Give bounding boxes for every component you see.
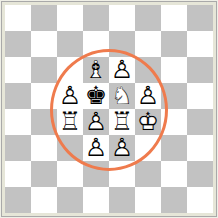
piece-glyph: ♗ — [83, 57, 109, 83]
square-f4[interactable]: ♚♔ — [135, 109, 161, 135]
square-a8[interactable] — [5, 5, 31, 31]
square-h6[interactable] — [187, 57, 213, 83]
square-e8[interactable] — [109, 5, 135, 31]
square-d8[interactable] — [83, 5, 109, 31]
square-e3[interactable]: ♟♙ — [109, 135, 135, 161]
white-rook: ♜♖ — [57, 109, 83, 135]
white-pawn: ♟♙ — [109, 57, 135, 83]
square-d5[interactable]: ♚ — [83, 83, 109, 109]
square-b1[interactable] — [31, 187, 57, 213]
white-pawn: ♟♙ — [135, 83, 161, 109]
square-e1[interactable] — [109, 187, 135, 213]
piece-glyph: ♖ — [57, 109, 83, 135]
square-d3[interactable]: ♟♙ — [83, 135, 109, 161]
piece-glyph: ♙ — [83, 109, 109, 135]
square-f7[interactable] — [135, 31, 161, 57]
square-a1[interactable] — [5, 187, 31, 213]
square-d4[interactable]: ♟♙ — [83, 109, 109, 135]
white-pawn: ♟♙ — [109, 135, 135, 161]
square-f1[interactable] — [135, 187, 161, 213]
piece-glyph: ♙ — [109, 135, 135, 161]
piece-glyph: ♙ — [57, 83, 83, 109]
square-h4[interactable] — [187, 109, 213, 135]
square-c4[interactable]: ♜♖ — [57, 109, 83, 135]
square-g2[interactable] — [161, 161, 187, 187]
square-h8[interactable] — [187, 5, 213, 31]
square-h2[interactable] — [187, 161, 213, 187]
square-a7[interactable] — [5, 31, 31, 57]
square-a2[interactable] — [5, 161, 31, 187]
square-b7[interactable] — [31, 31, 57, 57]
square-f5[interactable]: ♟♙ — [135, 83, 161, 109]
white-pawn: ♟♙ — [83, 135, 109, 161]
square-e5[interactable]: ♞♘ — [109, 83, 135, 109]
white-knight: ♞♘ — [109, 83, 135, 109]
square-b2[interactable] — [31, 161, 57, 187]
square-c1[interactable] — [57, 187, 83, 213]
square-h7[interactable] — [187, 31, 213, 57]
piece-glyph: ♘ — [109, 83, 135, 109]
square-a6[interactable] — [5, 57, 31, 83]
piece-glyph: ♚ — [83, 83, 109, 109]
square-e4[interactable]: ♜♖ — [109, 109, 135, 135]
piece-glyph: ♔ — [135, 109, 161, 135]
square-e2[interactable] — [109, 161, 135, 187]
piece-glyph: ♖ — [109, 109, 135, 135]
square-c2[interactable] — [57, 161, 83, 187]
square-h5[interactable] — [187, 83, 213, 109]
square-f6[interactable] — [135, 57, 161, 83]
square-b6[interactable] — [31, 57, 57, 83]
piece-glyph: ♙ — [135, 83, 161, 109]
square-b8[interactable] — [31, 5, 57, 31]
square-b5[interactable] — [31, 83, 57, 109]
square-c3[interactable] — [57, 135, 83, 161]
square-b4[interactable] — [31, 109, 57, 135]
white-rook: ♜♖ — [109, 109, 135, 135]
square-f8[interactable] — [135, 5, 161, 31]
square-g5[interactable] — [161, 83, 187, 109]
square-c5[interactable]: ♟♙ — [57, 83, 83, 109]
square-e7[interactable] — [109, 31, 135, 57]
square-a3[interactable] — [5, 135, 31, 161]
square-h3[interactable] — [187, 135, 213, 161]
square-h1[interactable] — [187, 187, 213, 213]
white-pawn: ♟♙ — [83, 109, 109, 135]
square-f2[interactable] — [135, 161, 161, 187]
square-g8[interactable] — [161, 5, 187, 31]
square-c8[interactable] — [57, 5, 83, 31]
black-king: ♚ — [83, 83, 109, 109]
white-pawn: ♟♙ — [57, 83, 83, 109]
piece-glyph: ♙ — [83, 135, 109, 161]
square-g1[interactable] — [161, 187, 187, 213]
square-a5[interactable] — [5, 83, 31, 109]
square-d7[interactable] — [83, 31, 109, 57]
square-g6[interactable] — [161, 57, 187, 83]
white-bishop: ♝♗ — [83, 57, 109, 83]
square-d1[interactable] — [83, 187, 109, 213]
square-d6[interactable]: ♝♗ — [83, 57, 109, 83]
square-g7[interactable] — [161, 31, 187, 57]
chess-board: ♝♗♟♙♟♙♚♞♘♟♙♜♖♟♙♜♖♚♔♟♙♟♙ — [5, 5, 213, 213]
square-c7[interactable] — [57, 31, 83, 57]
square-a4[interactable] — [5, 109, 31, 135]
square-g3[interactable] — [161, 135, 187, 161]
square-f3[interactable] — [135, 135, 161, 161]
white-king: ♚♔ — [135, 109, 161, 135]
square-c6[interactable] — [57, 57, 83, 83]
square-b3[interactable] — [31, 135, 57, 161]
square-g4[interactable] — [161, 109, 187, 135]
piece-glyph: ♙ — [109, 57, 135, 83]
square-e6[interactable]: ♟♙ — [109, 57, 135, 83]
chess-diagram: ♝♗♟♙♟♙♚♞♘♟♙♜♖♟♙♜♖♚♔♟♙♟♙ — [0, 0, 218, 218]
square-d2[interactable] — [83, 161, 109, 187]
